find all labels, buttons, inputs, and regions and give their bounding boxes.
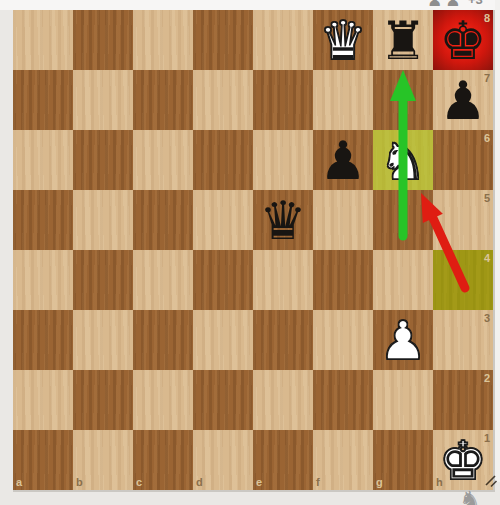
square-h7[interactable]: 7♟	[433, 70, 493, 130]
square-e5[interactable]: ♛	[253, 190, 313, 250]
square-e4[interactable]	[253, 250, 313, 310]
square-e2[interactable]	[253, 370, 313, 430]
square-f4[interactable]	[313, 250, 373, 310]
square-f5[interactable]	[313, 190, 373, 250]
board-resize-handle[interactable]	[483, 473, 498, 488]
square-g8[interactable]: ♜	[373, 10, 433, 70]
file-label-b: b	[76, 477, 83, 488]
material-advantage: ♟♟ +3	[427, 0, 483, 10]
square-d8[interactable]	[193, 10, 253, 70]
rank-label-6: 6	[484, 133, 490, 144]
square-f7[interactable]	[313, 70, 373, 130]
piece-white-pawn[interactable]: ♟	[373, 310, 433, 370]
file-label-d: d	[196, 477, 203, 488]
square-h3[interactable]: 3	[433, 310, 493, 370]
rank-label-5: 5	[484, 193, 490, 204]
square-e3[interactable]	[253, 310, 313, 370]
square-c3[interactable]	[133, 310, 193, 370]
square-b4[interactable]	[73, 250, 133, 310]
square-e1[interactable]: e	[253, 430, 313, 490]
square-h8[interactable]: 8♚	[433, 10, 493, 70]
square-f3[interactable]	[313, 310, 373, 370]
square-f6[interactable]: ♟	[313, 130, 373, 190]
piece-black-pawn[interactable]: ♟	[313, 130, 373, 190]
rank-label-3: 3	[484, 313, 490, 324]
square-h5[interactable]: 5	[433, 190, 493, 250]
square-g1[interactable]: g	[373, 430, 433, 490]
square-f2[interactable]	[313, 370, 373, 430]
piece-black-queen[interactable]: ♛	[253, 190, 313, 250]
square-d3[interactable]	[193, 310, 253, 370]
square-h6[interactable]: 6	[433, 130, 493, 190]
rank-label-8: 8	[484, 13, 490, 24]
rank-label-4: 4	[484, 253, 490, 264]
file-label-a: a	[16, 477, 22, 488]
square-h4[interactable]: 4	[433, 250, 493, 310]
rank-label-1: 1	[484, 433, 490, 444]
file-label-h: h	[436, 477, 443, 488]
file-label-f: f	[316, 477, 320, 488]
material-score: +3	[468, 0, 483, 7]
square-a5[interactable]	[13, 190, 73, 250]
square-d1[interactable]: d	[193, 430, 253, 490]
square-g5[interactable]	[373, 190, 433, 250]
square-d2[interactable]	[193, 370, 253, 430]
rank-label-2: 2	[484, 373, 490, 384]
square-a6[interactable]	[13, 130, 73, 190]
chess-board[interactable]: ♛♜8♚7♟♟♞6♛54♟32abcdefg1h♚	[13, 10, 495, 492]
file-label-g: g	[376, 477, 383, 488]
square-b1[interactable]: b	[73, 430, 133, 490]
square-d7[interactable]	[193, 70, 253, 130]
square-f8[interactable]: ♛	[313, 10, 373, 70]
square-b6[interactable]	[73, 130, 133, 190]
square-b2[interactable]	[73, 370, 133, 430]
file-label-c: c	[136, 477, 142, 488]
square-g2[interactable]	[373, 370, 433, 430]
square-c5[interactable]	[133, 190, 193, 250]
square-c7[interactable]	[133, 70, 193, 130]
square-g4[interactable]	[373, 250, 433, 310]
rank-label-7: 7	[484, 73, 490, 84]
square-d6[interactable]	[193, 130, 253, 190]
file-label-e: e	[256, 477, 262, 488]
piece-white-knight[interactable]: ♞	[373, 130, 433, 190]
square-a2[interactable]	[13, 370, 73, 430]
square-b7[interactable]	[73, 70, 133, 130]
square-e7[interactable]	[253, 70, 313, 130]
square-a4[interactable]	[13, 250, 73, 310]
piece-black-rook[interactable]: ♜	[373, 10, 433, 70]
square-h2[interactable]: 2	[433, 370, 493, 430]
square-e6[interactable]	[253, 130, 313, 190]
square-g3[interactable]: ♟	[373, 310, 433, 370]
square-f1[interactable]: f	[313, 430, 373, 490]
piece-white-queen[interactable]: ♛	[313, 10, 373, 70]
captured-pawn-icons: ♟♟	[427, 0, 463, 10]
square-a8[interactable]	[13, 10, 73, 70]
square-c6[interactable]	[133, 130, 193, 190]
square-b5[interactable]	[73, 190, 133, 250]
square-c2[interactable]	[133, 370, 193, 430]
square-c4[interactable]	[133, 250, 193, 310]
square-g7[interactable]	[373, 70, 433, 130]
square-a7[interactable]	[13, 70, 73, 130]
square-e8[interactable]	[253, 10, 313, 70]
square-b8[interactable]	[73, 10, 133, 70]
page-top-strip	[0, 0, 500, 10]
square-a3[interactable]	[13, 310, 73, 370]
page-right-strip	[495, 0, 500, 482]
square-d4[interactable]	[193, 250, 253, 310]
square-c8[interactable]	[133, 10, 193, 70]
square-b3[interactable]	[73, 310, 133, 370]
square-d5[interactable]	[193, 190, 253, 250]
square-a1[interactable]: a	[13, 430, 73, 490]
page: ♟♟ +3 ♛♜8♚7♟♟♞6♛54♟32abcdefg1h♚ ♞	[0, 0, 500, 505]
square-g6[interactable]: ♞	[373, 130, 433, 190]
square-c1[interactable]: c	[133, 430, 193, 490]
